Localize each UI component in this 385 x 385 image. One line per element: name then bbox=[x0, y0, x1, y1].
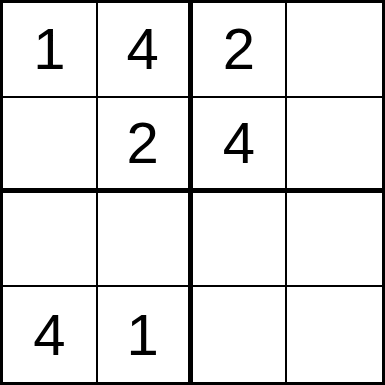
sudoku-board: 1 4 2 2 4 4 1 bbox=[0, 0, 385, 385]
cell-r2c1[interactable] bbox=[3, 98, 98, 193]
cell-value: 4 bbox=[223, 114, 255, 172]
cell-r3c4[interactable] bbox=[287, 193, 382, 288]
cell-value: 1 bbox=[33, 20, 65, 78]
cell-r1c4[interactable] bbox=[287, 3, 382, 98]
cell-r4c1[interactable]: 4 bbox=[3, 287, 98, 382]
cell-r2c3[interactable]: 4 bbox=[193, 98, 288, 193]
cell-r1c2[interactable]: 4 bbox=[98, 3, 193, 98]
cell-r4c4[interactable] bbox=[287, 287, 382, 382]
cell-value: 4 bbox=[33, 306, 65, 364]
cell-r3c3[interactable] bbox=[193, 193, 288, 288]
cell-value: 2 bbox=[223, 20, 255, 78]
cell-r2c4[interactable] bbox=[287, 98, 382, 193]
cell-value: 4 bbox=[126, 20, 158, 78]
cell-value: 2 bbox=[126, 114, 158, 172]
cell-r4c2[interactable]: 1 bbox=[98, 287, 193, 382]
cell-r1c1[interactable]: 1 bbox=[3, 3, 98, 98]
cell-r3c1[interactable] bbox=[3, 193, 98, 288]
cell-r2c2[interactable]: 2 bbox=[98, 98, 193, 193]
cell-value: 1 bbox=[126, 306, 158, 364]
cell-r3c2[interactable] bbox=[98, 193, 193, 288]
cell-r4c3[interactable] bbox=[193, 287, 288, 382]
cell-r1c3[interactable]: 2 bbox=[193, 3, 288, 98]
